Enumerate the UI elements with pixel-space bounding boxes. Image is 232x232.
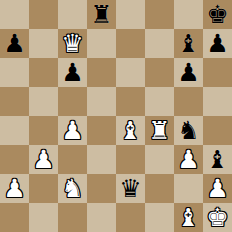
square-h4[interactable]	[203, 116, 232, 145]
square-c8[interactable]	[58, 0, 87, 29]
black-knight[interactable]: ♞	[177, 116, 199, 145]
square-c3[interactable]	[58, 145, 87, 174]
square-g7[interactable]: ♝	[174, 29, 203, 58]
white-knight[interactable]: ♞	[61, 174, 83, 203]
square-f3[interactable]	[145, 145, 174, 174]
square-f5[interactable]	[145, 87, 174, 116]
black-pawn[interactable]: ♟	[177, 58, 199, 87]
square-b8[interactable]	[29, 0, 58, 29]
square-h6[interactable]	[203, 58, 232, 87]
square-c5[interactable]	[58, 87, 87, 116]
white-pawn[interactable]: ♟	[32, 145, 54, 174]
square-h3[interactable]: ♝	[203, 145, 232, 174]
white-king[interactable]: ♚	[206, 203, 228, 232]
square-b4[interactable]	[29, 116, 58, 145]
square-d2[interactable]	[87, 174, 116, 203]
square-h7[interactable]: ♟	[203, 29, 232, 58]
square-b5[interactable]	[29, 87, 58, 116]
square-h2[interactable]: ♟	[203, 174, 232, 203]
square-a7[interactable]: ♟	[0, 29, 29, 58]
black-pawn[interactable]: ♟	[206, 29, 228, 58]
square-f8[interactable]	[145, 0, 174, 29]
square-f4[interactable]: ♜	[145, 116, 174, 145]
square-g4[interactable]: ♞	[174, 116, 203, 145]
black-bishop[interactable]: ♝	[206, 145, 228, 174]
square-h5[interactable]	[203, 87, 232, 116]
square-h8[interactable]: ♚	[203, 0, 232, 29]
square-a5[interactable]	[0, 87, 29, 116]
square-e4[interactable]: ♝	[116, 116, 145, 145]
square-g6[interactable]: ♟	[174, 58, 203, 87]
black-queen[interactable]: ♛	[119, 174, 141, 203]
square-e3[interactable]	[116, 145, 145, 174]
white-rook[interactable]: ♜	[148, 116, 170, 145]
square-d5[interactable]	[87, 87, 116, 116]
square-e2[interactable]: ♛	[116, 174, 145, 203]
black-pawn[interactable]: ♟	[3, 29, 25, 58]
white-pawn[interactable]: ♟	[61, 116, 83, 145]
square-d8[interactable]: ♜	[87, 0, 116, 29]
square-e1[interactable]	[116, 203, 145, 232]
white-bishop[interactable]: ♝	[177, 203, 199, 232]
square-e6[interactable]	[116, 58, 145, 87]
square-f7[interactable]	[145, 29, 174, 58]
square-c2[interactable]: ♞	[58, 174, 87, 203]
square-c7[interactable]: ♛	[58, 29, 87, 58]
square-c6[interactable]: ♟	[58, 58, 87, 87]
black-bishop[interactable]: ♝	[177, 29, 199, 58]
white-bishop[interactable]: ♝	[119, 116, 141, 145]
square-b7[interactable]	[29, 29, 58, 58]
square-a4[interactable]	[0, 116, 29, 145]
square-c1[interactable]	[58, 203, 87, 232]
black-pawn[interactable]: ♟	[61, 58, 83, 87]
square-f6[interactable]	[145, 58, 174, 87]
square-b2[interactable]	[29, 174, 58, 203]
square-d7[interactable]	[87, 29, 116, 58]
square-b3[interactable]: ♟	[29, 145, 58, 174]
square-e5[interactable]	[116, 87, 145, 116]
chess-board: ♜♚♟♛♝♟♟♟♟♝♜♞♟♟♝♟♞♛♟♝♚	[0, 0, 232, 232]
square-g3[interactable]: ♟	[174, 145, 203, 174]
square-a3[interactable]	[0, 145, 29, 174]
square-f1[interactable]	[145, 203, 174, 232]
square-g8[interactable]	[174, 0, 203, 29]
white-pawn[interactable]: ♟	[206, 174, 228, 203]
square-e8[interactable]	[116, 0, 145, 29]
white-pawn[interactable]: ♟	[3, 174, 25, 203]
square-g2[interactable]	[174, 174, 203, 203]
square-d1[interactable]	[87, 203, 116, 232]
white-pawn[interactable]: ♟	[177, 145, 199, 174]
square-a6[interactable]	[0, 58, 29, 87]
square-g5[interactable]	[174, 87, 203, 116]
square-b1[interactable]	[29, 203, 58, 232]
square-e7[interactable]	[116, 29, 145, 58]
square-h1[interactable]: ♚	[203, 203, 232, 232]
black-king[interactable]: ♚	[206, 0, 228, 29]
white-queen[interactable]: ♛	[61, 29, 83, 58]
square-d4[interactable]	[87, 116, 116, 145]
square-c4[interactable]: ♟	[58, 116, 87, 145]
square-f2[interactable]	[145, 174, 174, 203]
square-d6[interactable]	[87, 58, 116, 87]
square-b6[interactable]	[29, 58, 58, 87]
black-rook[interactable]: ♜	[90, 0, 112, 29]
square-d3[interactable]	[87, 145, 116, 174]
square-a2[interactable]: ♟	[0, 174, 29, 203]
square-g1[interactable]: ♝	[174, 203, 203, 232]
square-a1[interactable]	[0, 203, 29, 232]
square-a8[interactable]	[0, 0, 29, 29]
